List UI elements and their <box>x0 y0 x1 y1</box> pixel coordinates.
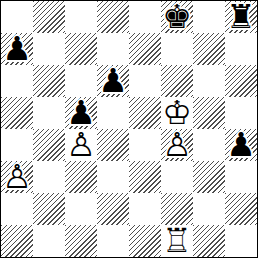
square-a6[interactable] <box>1 65 33 97</box>
square-h8[interactable]: ♜ <box>225 1 257 33</box>
square-e6[interactable] <box>129 65 161 97</box>
piece-black-pawn[interactable]: ♟ <box>97 65 129 97</box>
square-g5[interactable] <box>193 97 225 129</box>
square-a3[interactable]: ♟♙ <box>1 161 33 193</box>
black-pawn-icon: ♟ <box>1 33 33 65</box>
square-b4[interactable] <box>33 129 65 161</box>
chess-board: ♚♜♟♟♟♚♔♟♙♟♙♟♟♙♜♖ <box>1 1 257 257</box>
square-d3[interactable] <box>97 161 129 193</box>
piece-black-pawn[interactable]: ♟ <box>1 33 33 65</box>
piece-black-rook[interactable]: ♜ <box>225 1 257 33</box>
square-d4[interactable] <box>97 129 129 161</box>
square-b2[interactable] <box>33 193 65 225</box>
white-rook-icon: ♖ <box>161 225 193 257</box>
square-f8[interactable]: ♚ <box>161 1 193 33</box>
square-e5[interactable] <box>129 97 161 129</box>
square-h1[interactable] <box>225 225 257 257</box>
black-pawn-icon: ♟ <box>225 129 257 161</box>
black-pawn-icon: ♟ <box>97 65 129 97</box>
square-a2[interactable] <box>1 193 33 225</box>
square-e4[interactable] <box>129 129 161 161</box>
square-f4[interactable]: ♟♙ <box>161 129 193 161</box>
square-g7[interactable] <box>193 33 225 65</box>
square-b7[interactable] <box>33 33 65 65</box>
square-e3[interactable] <box>129 161 161 193</box>
square-b8[interactable] <box>33 1 65 33</box>
square-f1[interactable]: ♜♖ <box>161 225 193 257</box>
square-d2[interactable] <box>97 193 129 225</box>
square-g3[interactable] <box>193 161 225 193</box>
piece-black-pawn[interactable]: ♟ <box>225 129 257 161</box>
black-rook-icon: ♜ <box>225 1 257 33</box>
square-a7[interactable]: ♟ <box>1 33 33 65</box>
square-g6[interactable] <box>193 65 225 97</box>
square-c8[interactable] <box>65 1 97 33</box>
square-f3[interactable] <box>161 161 193 193</box>
square-c4[interactable]: ♟♙ <box>65 129 97 161</box>
square-h7[interactable] <box>225 33 257 65</box>
white-pawn-icon: ♙ <box>161 129 193 161</box>
piece-white-pawn[interactable]: ♟♙ <box>1 161 33 193</box>
white-pawn-icon: ♙ <box>65 129 97 161</box>
square-b6[interactable] <box>33 65 65 97</box>
square-h3[interactable] <box>225 161 257 193</box>
piece-black-king[interactable]: ♚ <box>161 1 193 33</box>
square-h6[interactable] <box>225 65 257 97</box>
piece-white-pawn[interactable]: ♟♙ <box>65 129 97 161</box>
square-g2[interactable] <box>193 193 225 225</box>
square-c2[interactable] <box>65 193 97 225</box>
chess-board-frame: ♚♜♟♟♟♚♔♟♙♟♙♟♟♙♜♖ <box>0 0 258 258</box>
square-d5[interactable] <box>97 97 129 129</box>
square-e7[interactable] <box>129 33 161 65</box>
square-d8[interactable] <box>97 1 129 33</box>
square-c1[interactable] <box>65 225 97 257</box>
piece-white-rook[interactable]: ♜♖ <box>161 225 193 257</box>
square-d1[interactable] <box>97 225 129 257</box>
square-g8[interactable] <box>193 1 225 33</box>
square-c7[interactable] <box>65 33 97 65</box>
square-h2[interactable] <box>225 193 257 225</box>
white-pawn-icon: ♙ <box>1 161 33 193</box>
piece-white-pawn[interactable]: ♟♙ <box>161 129 193 161</box>
square-a1[interactable] <box>1 225 33 257</box>
square-g1[interactable] <box>193 225 225 257</box>
square-b1[interactable] <box>33 225 65 257</box>
square-a5[interactable] <box>1 97 33 129</box>
square-f7[interactable] <box>161 33 193 65</box>
square-e2[interactable] <box>129 193 161 225</box>
square-e8[interactable] <box>129 1 161 33</box>
square-h4[interactable]: ♟ <box>225 129 257 161</box>
square-e1[interactable] <box>129 225 161 257</box>
square-b5[interactable] <box>33 97 65 129</box>
black-king-icon: ♚ <box>161 1 193 33</box>
square-b3[interactable] <box>33 161 65 193</box>
square-c3[interactable] <box>65 161 97 193</box>
square-d6[interactable]: ♟ <box>97 65 129 97</box>
square-g4[interactable] <box>193 129 225 161</box>
